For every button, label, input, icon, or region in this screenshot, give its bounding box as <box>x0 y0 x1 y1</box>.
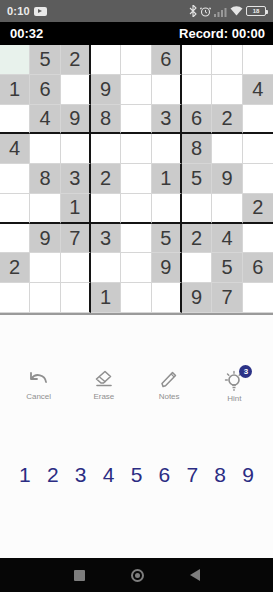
cell-r7c7[interactable]: 2 <box>182 224 212 254</box>
home-circle-icon[interactable] <box>131 569 144 582</box>
cell-r9c5[interactable] <box>121 283 151 313</box>
cell-r3c4[interactable]: 8 <box>91 105 121 135</box>
cell-r1c6[interactable]: 6 <box>152 45 182 75</box>
youtube-icon <box>34 7 47 16</box>
cell-r8c9[interactable]: 6 <box>243 253 273 283</box>
cell-r2c5[interactable] <box>121 75 151 105</box>
cell-r4c9[interactable] <box>243 134 273 164</box>
cell-r2c6[interactable] <box>152 75 182 105</box>
bluetooth-icon <box>189 5 197 17</box>
numpad-9[interactable]: 9 <box>242 463 254 487</box>
numpad-3[interactable]: 3 <box>75 463 87 487</box>
cell-r1c4[interactable] <box>91 45 121 75</box>
cell-r8c1[interactable]: 2 <box>0 253 30 283</box>
notes-label: Notes <box>159 392 180 401</box>
numpad-2[interactable]: 2 <box>47 463 59 487</box>
numpad-7[interactable]: 7 <box>186 463 198 487</box>
alarm-icon <box>200 6 211 17</box>
pencil-icon <box>157 369 181 389</box>
cell-r1c8[interactable] <box>212 45 242 75</box>
cell-r8c3[interactable] <box>61 253 91 283</box>
cell-r7c1[interactable] <box>0 224 30 254</box>
number-pad: 123456789 <box>0 463 273 487</box>
cancel-button[interactable]: Cancel <box>9 369 69 401</box>
cell-r2c4[interactable]: 9 <box>91 75 121 105</box>
cell-r5c6[interactable]: 1 <box>152 164 182 194</box>
cell-r7c8[interactable]: 4 <box>212 224 242 254</box>
cell-r2c3[interactable] <box>61 75 91 105</box>
cell-r1c3[interactable]: 2 <box>61 45 91 75</box>
cell-r8c6[interactable]: 9 <box>152 253 182 283</box>
undo-icon <box>27 369 51 389</box>
status-left: 0:10 <box>7 5 47 17</box>
cell-r3c8[interactable]: 2 <box>212 105 242 135</box>
timer-bar: 00:32 Record: 00:00 <box>0 22 273 45</box>
status-right: 18 <box>189 5 266 17</box>
cell-r3c9[interactable] <box>243 105 273 135</box>
cell-r3c1[interactable] <box>0 105 30 135</box>
cell-r5c9[interactable] <box>243 164 273 194</box>
back-triangle-icon[interactable] <box>190 569 200 581</box>
cancel-label: Cancel <box>26 392 51 401</box>
cell-r2c7[interactable] <box>182 75 212 105</box>
cell-r8c2[interactable] <box>30 253 60 283</box>
numpad-1[interactable]: 1 <box>19 463 31 487</box>
signal-icon <box>214 6 227 17</box>
controls-row: Cancel Erase Notes <box>0 369 273 403</box>
cell-r7c3[interactable]: 7 <box>61 224 91 254</box>
cell-r3c3[interactable]: 9 <box>61 105 91 135</box>
cell-r7c9[interactable] <box>243 224 273 254</box>
cell-r9c2[interactable] <box>30 283 60 313</box>
cell-r5c8[interactable]: 9 <box>212 164 242 194</box>
recents-square-icon[interactable] <box>74 570 85 581</box>
hint-count-badge: 3 <box>239 365 252 378</box>
cell-r3c7[interactable]: 6 <box>182 105 212 135</box>
cell-r9c1[interactable] <box>0 283 30 313</box>
numpad-8[interactable]: 8 <box>214 463 226 487</box>
cell-r2c8[interactable] <box>212 75 242 105</box>
cell-r6c1[interactable] <box>0 194 30 224</box>
hint-button[interactable]: 3 Hint <box>204 369 264 403</box>
cell-r7c6[interactable]: 5 <box>152 224 182 254</box>
cell-r3c6[interactable]: 3 <box>152 105 182 135</box>
elapsed-time: 00:32 <box>10 26 43 41</box>
cell-r9c9[interactable] <box>243 283 273 313</box>
cell-r5c7[interactable]: 5 <box>182 164 212 194</box>
erase-label: Erase <box>93 392 114 401</box>
numpad-5[interactable]: 5 <box>131 463 143 487</box>
notes-button[interactable]: Notes <box>139 369 199 401</box>
cell-r8c7[interactable] <box>182 253 212 283</box>
cell-r6c5[interactable] <box>121 194 151 224</box>
cell-r2c2[interactable]: 6 <box>30 75 60 105</box>
cell-r7c2[interactable]: 9 <box>30 224 60 254</box>
numpad-4[interactable]: 4 <box>103 463 115 487</box>
eraser-icon <box>92 369 116 389</box>
sudoku-board: 526169449836248832159129735242956197 <box>0 45 273 315</box>
cell-r3c5[interactable] <box>121 105 151 135</box>
cell-r6c3[interactable]: 1 <box>61 194 91 224</box>
battery-percent: 18 <box>253 8 260 14</box>
cell-r6c9[interactable]: 2 <box>243 194 273 224</box>
cell-r5c5[interactable] <box>121 164 151 194</box>
control-panel: Cancel Erase Notes <box>0 315 273 558</box>
erase-button[interactable]: Erase <box>74 369 134 401</box>
cell-r4c6[interactable] <box>152 134 182 164</box>
cell-r1c2[interactable]: 5 <box>30 45 60 75</box>
cell-r7c5[interactable] <box>121 224 151 254</box>
cell-r4c8[interactable] <box>212 134 242 164</box>
cell-r7c4[interactable]: 3 <box>91 224 121 254</box>
cell-r4c5[interactable] <box>121 134 151 164</box>
cell-r6c6[interactable] <box>152 194 182 224</box>
numpad-6[interactable]: 6 <box>159 463 171 487</box>
cell-r4c4[interactable] <box>91 134 121 164</box>
cell-r8c8[interactable]: 5 <box>212 253 242 283</box>
cell-r1c9[interactable] <box>243 45 273 75</box>
cell-r5c2[interactable]: 8 <box>30 164 60 194</box>
cell-r5c1[interactable] <box>0 164 30 194</box>
cell-r5c3[interactable]: 3 <box>61 164 91 194</box>
android-nav-bar <box>0 558 273 592</box>
cell-r1c5[interactable] <box>121 45 151 75</box>
cell-r2c9[interactable]: 4 <box>243 75 273 105</box>
cell-r9c7[interactable]: 9 <box>182 283 212 313</box>
cell-r5c4[interactable]: 2 <box>91 164 121 194</box>
cell-r9c6[interactable] <box>152 283 182 313</box>
cell-r8c4[interactable] <box>91 253 121 283</box>
record-time: Record: 00:00 <box>179 26 265 41</box>
cell-r6c2[interactable] <box>30 194 60 224</box>
cell-r6c4[interactable] <box>91 194 121 224</box>
wifi-icon <box>230 6 243 16</box>
cell-r3c2[interactable]: 4 <box>30 105 60 135</box>
cell-r2c1[interactable]: 1 <box>0 75 30 105</box>
cell-r9c8[interactable]: 7 <box>212 283 242 313</box>
cell-r4c1[interactable]: 4 <box>0 134 30 164</box>
hint-label: Hint <box>227 394 241 403</box>
cell-r6c7[interactable] <box>182 194 212 224</box>
status-clock: 0:10 <box>7 5 30 17</box>
battery-icon: 18 <box>246 6 266 16</box>
cell-r1c7[interactable] <box>182 45 212 75</box>
cell-r4c7[interactable]: 8 <box>182 134 212 164</box>
cell-r6c8[interactable] <box>212 194 242 224</box>
cell-r9c4[interactable]: 1 <box>91 283 121 313</box>
cell-r1c1[interactable] <box>0 45 30 75</box>
cell-r4c2[interactable] <box>30 134 60 164</box>
status-bar: 0:10 18 <box>0 0 273 22</box>
cell-r8c5[interactable] <box>121 253 151 283</box>
cell-r9c3[interactable] <box>61 283 91 313</box>
cell-r4c3[interactable] <box>61 134 91 164</box>
